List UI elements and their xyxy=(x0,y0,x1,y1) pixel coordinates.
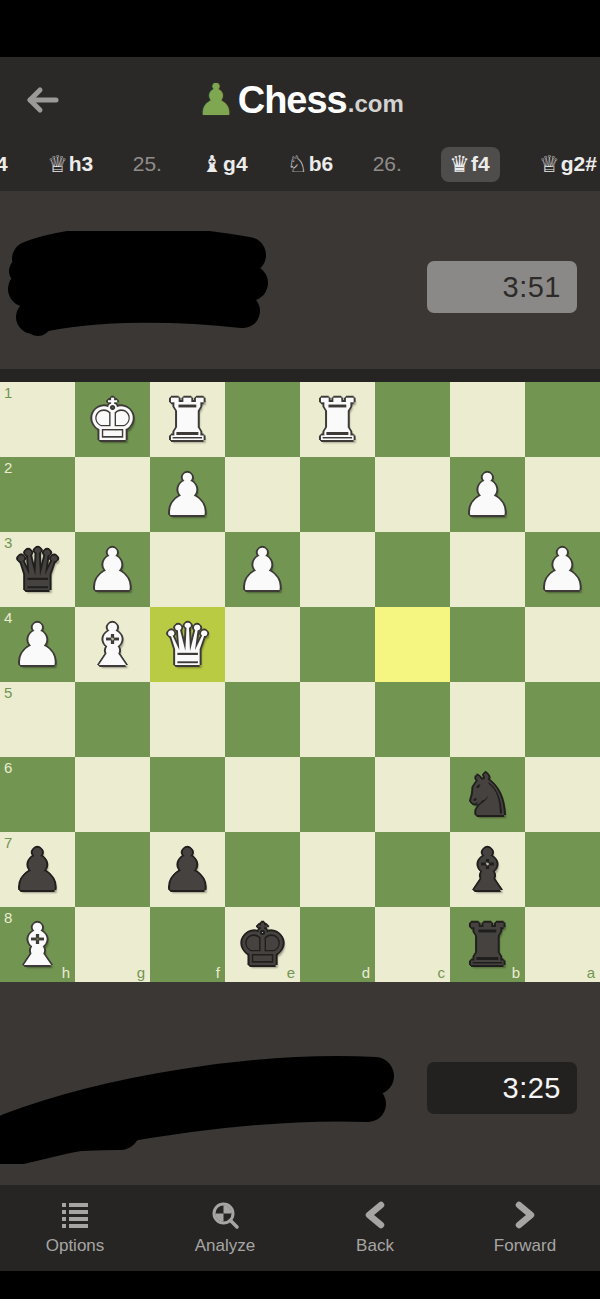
file-label-c: c xyxy=(438,965,446,980)
square-g4[interactable]: ♝ xyxy=(75,607,150,682)
move-list-bar: 4♕h325.♝g4♘b626.♛f4♕g2# xyxy=(0,143,600,191)
black-bishop[interactable]: ♝ xyxy=(462,841,514,899)
square-e3[interactable]: ♟ xyxy=(225,532,300,607)
square-b5[interactable] xyxy=(450,682,525,757)
move-number: 26. xyxy=(373,152,402,176)
redacted-player-name-scribble xyxy=(0,1034,400,1164)
rank-label-5: 5 xyxy=(4,685,12,700)
square-h3[interactable]: 3♛ xyxy=(0,532,75,607)
black-knight-figurine-icon: ♘ xyxy=(287,151,308,177)
rank-label-6: 6 xyxy=(4,760,12,775)
square-e1[interactable] xyxy=(225,382,300,457)
square-c6[interactable] xyxy=(375,757,450,832)
black-queen[interactable]: ♛ xyxy=(12,541,64,599)
own-player-area: 3:25 xyxy=(0,982,600,1185)
options-button[interactable]: Options xyxy=(0,1185,150,1271)
move-token-g2[interactable]: ♕g2# xyxy=(539,151,597,177)
square-a3[interactable]: ♟ xyxy=(525,532,600,607)
back-button[interactable] xyxy=(22,84,62,116)
square-f5[interactable] xyxy=(150,682,225,757)
file-label-e: e xyxy=(287,965,295,980)
white-pawn[interactable]: ♟ xyxy=(87,541,139,599)
square-e2[interactable] xyxy=(225,457,300,532)
square-f1[interactable]: ♜ xyxy=(150,382,225,457)
square-e5[interactable] xyxy=(225,682,300,757)
square-a1[interactable] xyxy=(525,382,600,457)
opponent-player-area: 3:51 xyxy=(0,191,600,369)
status-bar xyxy=(0,0,600,57)
square-g7[interactable] xyxy=(75,832,150,907)
square-h8[interactable]: 8h♝ xyxy=(0,907,75,982)
options-list-icon xyxy=(60,1200,90,1230)
square-d3[interactable] xyxy=(300,532,375,607)
square-d7[interactable] xyxy=(300,832,375,907)
back-label: Back xyxy=(356,1236,394,1256)
rank-label-4: 4 xyxy=(4,610,12,625)
move-token-f4[interactable]: ♛f4 xyxy=(441,147,499,182)
square-f2[interactable]: ♟ xyxy=(150,457,225,532)
white-queen-figurine-icon: ♛ xyxy=(449,151,470,177)
square-c1[interactable] xyxy=(375,382,450,457)
square-a8[interactable]: a xyxy=(525,907,600,982)
file-label-h: h xyxy=(62,965,70,980)
green-pawn-logo-icon: ♟ xyxy=(196,78,235,122)
white-bishop[interactable]: ♝ xyxy=(12,916,64,974)
square-e6[interactable] xyxy=(225,757,300,832)
logo-text: Chess xyxy=(238,79,347,122)
logo-suffix: .com xyxy=(348,82,404,118)
analyze-magnifier-icon xyxy=(210,1200,240,1230)
square-e7[interactable] xyxy=(225,832,300,907)
square-f8[interactable]: f xyxy=(150,907,225,982)
chess-board: 1♚♜♜2♟♟3♛♟♟♟4♟♝♛56♞7♟♟♝8h♝gfe♚dcb♜a xyxy=(0,382,600,982)
white-pawn[interactable]: ♟ xyxy=(12,616,64,674)
square-g5[interactable] xyxy=(75,682,150,757)
file-label-f: f xyxy=(216,965,220,980)
square-h2[interactable]: 2 xyxy=(0,457,75,532)
square-c7[interactable] xyxy=(375,832,450,907)
file-label-d: d xyxy=(362,965,370,980)
white-bishop[interactable]: ♝ xyxy=(87,616,139,674)
square-e8[interactable]: e♚ xyxy=(225,907,300,982)
square-a2[interactable] xyxy=(525,457,600,532)
square-b4[interactable] xyxy=(450,607,525,682)
square-g2[interactable] xyxy=(75,457,150,532)
rank-label-8: 8 xyxy=(4,910,12,925)
black-pawn[interactable]: ♟ xyxy=(162,841,214,899)
square-c4[interactable] xyxy=(375,607,450,682)
square-f6[interactable] xyxy=(150,757,225,832)
bottom-black-strip xyxy=(0,1271,600,1299)
own-clock: 3:25 xyxy=(427,1062,577,1114)
back-move-button[interactable]: Back xyxy=(300,1185,450,1271)
square-d2[interactable] xyxy=(300,457,375,532)
square-h1[interactable]: 1 xyxy=(0,382,75,457)
square-d6[interactable] xyxy=(300,757,375,832)
square-e4[interactable] xyxy=(225,607,300,682)
square-g1[interactable]: ♚ xyxy=(75,382,150,457)
square-b2[interactable]: ♟ xyxy=(450,457,525,532)
black-king[interactable]: ♚ xyxy=(237,916,289,974)
square-c8[interactable]: c xyxy=(375,907,450,982)
square-a5[interactable] xyxy=(525,682,600,757)
forward-move-button[interactable]: Forward xyxy=(450,1185,600,1271)
chess-app-screen: ♟ Chess .com 4♕h325.♝g4♘b626.♛f4♕g2# 3:5… xyxy=(0,0,600,1299)
chesscom-logo: ♟ Chess .com xyxy=(196,78,404,122)
white-king[interactable]: ♚ xyxy=(87,391,139,449)
white-bishop-figurine-icon: ♝ xyxy=(201,151,222,177)
file-label-a: a xyxy=(587,965,595,980)
black-rook[interactable]: ♜ xyxy=(462,916,514,974)
square-h7[interactable]: 7♟ xyxy=(0,832,75,907)
square-b6[interactable]: ♞ xyxy=(450,757,525,832)
forward-label: Forward xyxy=(494,1236,556,1256)
chevron-right-icon xyxy=(512,1200,538,1230)
square-d1[interactable]: ♜ xyxy=(300,382,375,457)
square-b7[interactable]: ♝ xyxy=(450,832,525,907)
black-queen-figurine-icon: ♕ xyxy=(47,151,68,177)
square-g6[interactable] xyxy=(75,757,150,832)
square-a4[interactable] xyxy=(525,607,600,682)
white-rook[interactable]: ♜ xyxy=(312,391,364,449)
square-f4[interactable]: ♛ xyxy=(150,607,225,682)
square-c5[interactable] xyxy=(375,682,450,757)
chevron-left-icon xyxy=(362,1200,388,1230)
square-d8[interactable]: d xyxy=(300,907,375,982)
square-h5[interactable]: 5 xyxy=(0,682,75,757)
back-arrow-icon xyxy=(22,84,62,116)
analyze-label: Analyze xyxy=(195,1236,255,1256)
options-label: Options xyxy=(46,1236,105,1256)
square-a6[interactable] xyxy=(525,757,600,832)
move-token-g4[interactable]: ♝g4 xyxy=(201,151,247,177)
white-rook[interactable]: ♜ xyxy=(162,391,214,449)
square-d4[interactable] xyxy=(300,607,375,682)
square-h6[interactable]: 6 xyxy=(0,757,75,832)
square-b8[interactable]: b♜ xyxy=(450,907,525,982)
file-label-b: b xyxy=(512,965,520,980)
square-b1[interactable] xyxy=(450,382,525,457)
move-number: 25. xyxy=(133,152,162,176)
white-pawn[interactable]: ♟ xyxy=(537,541,589,599)
square-h4[interactable]: 4♟ xyxy=(0,607,75,682)
square-g8[interactable]: g xyxy=(75,907,150,982)
square-g3[interactable]: ♟ xyxy=(75,532,150,607)
square-f3[interactable] xyxy=(150,532,225,607)
black-knight[interactable]: ♞ xyxy=(462,766,514,824)
white-pawn[interactable]: ♟ xyxy=(237,541,289,599)
redacted-player-name-scribble xyxy=(8,231,278,346)
square-d5[interactable] xyxy=(300,682,375,757)
rank-label-1: 1 xyxy=(4,385,12,400)
file-label-g: g xyxy=(137,965,145,980)
square-a7[interactable] xyxy=(525,832,600,907)
rank-label-2: 2 xyxy=(4,460,12,475)
move-token-partial: 4 xyxy=(0,152,8,176)
black-queen-figurine-icon: ♕ xyxy=(539,151,560,177)
analyze-button[interactable]: Analyze xyxy=(150,1185,300,1271)
opponent-clock: 3:51 xyxy=(427,261,577,313)
square-f7[interactable]: ♟ xyxy=(150,832,225,907)
move-token-b6[interactable]: ♘b6 xyxy=(287,151,333,177)
square-c2[interactable] xyxy=(375,457,450,532)
white-pawn[interactable]: ♟ xyxy=(462,466,514,524)
move-token-h3[interactable]: ♕h3 xyxy=(47,151,93,177)
rank-label-7: 7 xyxy=(4,835,12,850)
bottom-nav-bar: Options Analyze Back xyxy=(0,1185,600,1271)
black-pawn[interactable]: ♟ xyxy=(12,841,64,899)
square-c3[interactable] xyxy=(375,532,450,607)
square-b3[interactable] xyxy=(450,532,525,607)
app-header: ♟ Chess .com xyxy=(0,57,600,143)
board-top-divider xyxy=(0,369,600,382)
rank-label-3: 3 xyxy=(4,535,12,550)
white-queen[interactable]: ♛ xyxy=(162,616,214,674)
white-pawn[interactable]: ♟ xyxy=(162,466,214,524)
